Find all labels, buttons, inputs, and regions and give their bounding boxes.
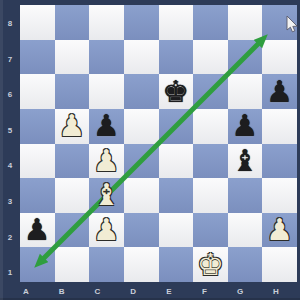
square-h1[interactable]: [262, 247, 297, 282]
file-label-a: A: [23, 287, 29, 296]
piece-white-pawn[interactable]: ♟: [93, 215, 120, 245]
square-g6[interactable]: [228, 74, 263, 109]
square-h5[interactable]: [262, 109, 297, 144]
square-h7[interactable]: [262, 40, 297, 75]
square-b1[interactable]: [55, 247, 90, 282]
square-f5[interactable]: [193, 109, 228, 144]
board-frame: ♚♟♟♟♟♟♝♝♟♟♟♚ 87654321ABCDEFGH: [0, 0, 300, 300]
square-h8[interactable]: [262, 5, 297, 40]
square-d4[interactable]: [124, 144, 159, 179]
square-c2[interactable]: ♟: [89, 213, 124, 248]
piece-white-bishop[interactable]: ♝: [93, 180, 120, 210]
square-e7[interactable]: [159, 40, 194, 75]
piece-white-pawn[interactable]: ♟: [266, 215, 293, 245]
rank-label-2: 2: [8, 232, 12, 241]
square-c4[interactable]: ♟: [89, 144, 124, 179]
square-b2[interactable]: [55, 213, 90, 248]
square-e8[interactable]: [159, 5, 194, 40]
file-label-b: B: [59, 287, 65, 296]
piece-black-pawn[interactable]: ♟: [232, 111, 259, 141]
square-b8[interactable]: [55, 5, 90, 40]
square-c8[interactable]: [89, 5, 124, 40]
rank-label-1: 1: [8, 268, 12, 277]
file-label-e: E: [166, 287, 171, 296]
square-e2[interactable]: [159, 213, 194, 248]
square-b5[interactable]: ♟: [55, 109, 90, 144]
square-a1[interactable]: [20, 247, 55, 282]
square-a2[interactable]: ♟: [20, 213, 55, 248]
square-g7[interactable]: [228, 40, 263, 75]
square-h4[interactable]: [262, 144, 297, 179]
square-e4[interactable]: [159, 144, 194, 179]
square-d5[interactable]: [124, 109, 159, 144]
rank-label-3: 3: [8, 197, 12, 206]
square-c3[interactable]: ♝: [89, 178, 124, 213]
piece-black-pawn[interactable]: ♟: [93, 111, 120, 141]
rank-label-5: 5: [8, 125, 12, 134]
square-d7[interactable]: [124, 40, 159, 75]
square-f1[interactable]: ♚: [193, 247, 228, 282]
square-c1[interactable]: [89, 247, 124, 282]
square-a5[interactable]: [20, 109, 55, 144]
square-g3[interactable]: [228, 178, 263, 213]
file-label-h: H: [273, 287, 279, 296]
square-d8[interactable]: [124, 5, 159, 40]
square-c5[interactable]: ♟: [89, 109, 124, 144]
square-a8[interactable]: [20, 5, 55, 40]
piece-black-king[interactable]: ♚: [162, 77, 189, 107]
square-g2[interactable]: [228, 213, 263, 248]
square-b7[interactable]: [55, 40, 90, 75]
square-d3[interactable]: [124, 178, 159, 213]
piece-white-pawn[interactable]: ♟: [58, 111, 85, 141]
square-f8[interactable]: [193, 5, 228, 40]
square-a3[interactable]: [20, 178, 55, 213]
piece-white-king[interactable]: ♚: [197, 250, 224, 280]
square-f6[interactable]: [193, 74, 228, 109]
square-e1[interactable]: [159, 247, 194, 282]
rank-label-4: 4: [8, 161, 12, 170]
piece-black-pawn[interactable]: ♟: [266, 77, 293, 107]
file-label-f: F: [202, 287, 207, 296]
square-e5[interactable]: [159, 109, 194, 144]
square-g8[interactable]: [228, 5, 263, 40]
square-d2[interactable]: [124, 213, 159, 248]
file-label-c: C: [95, 287, 101, 296]
square-f7[interactable]: [193, 40, 228, 75]
square-g1[interactable]: [228, 247, 263, 282]
square-f3[interactable]: [193, 178, 228, 213]
square-f2[interactable]: [193, 213, 228, 248]
rank-label-6: 6: [8, 90, 12, 99]
square-b6[interactable]: [55, 74, 90, 109]
square-c7[interactable]: [89, 40, 124, 75]
square-d6[interactable]: [124, 74, 159, 109]
square-e6[interactable]: ♚: [159, 74, 194, 109]
square-h6[interactable]: ♟: [262, 74, 297, 109]
rank-label-7: 7: [8, 54, 12, 63]
square-c6[interactable]: [89, 74, 124, 109]
square-g4[interactable]: ♝: [228, 144, 263, 179]
square-b3[interactable]: [55, 178, 90, 213]
square-d1[interactable]: [124, 247, 159, 282]
square-g5[interactable]: ♟: [228, 109, 263, 144]
square-h3[interactable]: [262, 178, 297, 213]
square-f4[interactable]: [193, 144, 228, 179]
square-a7[interactable]: [20, 40, 55, 75]
file-label-g: G: [237, 287, 243, 296]
rank-label-8: 8: [8, 19, 12, 28]
square-b4[interactable]: [55, 144, 90, 179]
square-h2[interactable]: ♟: [262, 213, 297, 248]
piece-black-pawn[interactable]: ♟: [24, 215, 51, 245]
piece-black-bishop[interactable]: ♝: [232, 146, 259, 176]
square-a6[interactable]: [20, 74, 55, 109]
square-e3[interactable]: [159, 178, 194, 213]
piece-white-pawn[interactable]: ♟: [93, 146, 120, 176]
file-label-d: D: [130, 287, 136, 296]
square-a4[interactable]: [20, 144, 55, 179]
chess-board: ♚♟♟♟♟♟♝♝♟♟♟♚: [20, 5, 297, 282]
